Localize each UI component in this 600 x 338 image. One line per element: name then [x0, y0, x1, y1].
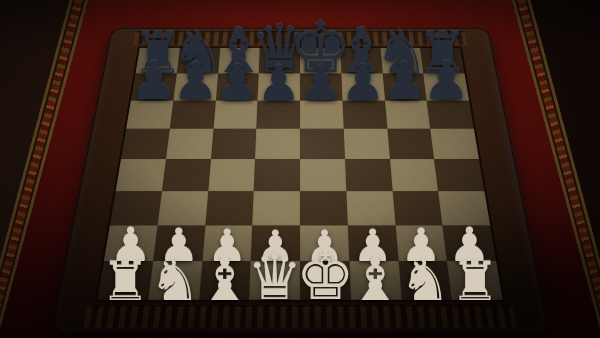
white-rook-a1[interactable]: ♜	[101, 254, 150, 308]
square-d5[interactable]	[255, 129, 300, 159]
white-bishop-c1[interactable]: ♝	[199, 250, 252, 309]
white-bishop-f1[interactable]: ♝	[349, 250, 402, 309]
black-pawn-a7[interactable]: ♟	[130, 55, 178, 108]
square-c5[interactable]	[211, 129, 257, 159]
square-b5[interactable]	[166, 129, 213, 159]
square-e4[interactable]	[300, 159, 346, 191]
square-f4[interactable]	[345, 159, 392, 191]
square-g5[interactable]	[387, 129, 434, 159]
black-pawn-g7[interactable]: ♟	[381, 56, 427, 108]
square-h5[interactable]	[430, 129, 479, 159]
square-g4[interactable]	[390, 159, 439, 191]
white-knight-b1[interactable]: ♞	[149, 251, 200, 308]
square-h4[interactable]	[434, 159, 484, 191]
square-a5[interactable]	[121, 129, 170, 159]
square-e5[interactable]	[300, 129, 345, 159]
black-pawn-h7[interactable]: ♟	[422, 55, 470, 108]
black-pawn-c7[interactable]: ♟	[215, 57, 260, 107]
black-pawn-d7[interactable]: ♟	[257, 59, 301, 108]
chess-scene: ♜♞♝♛♚♝♞♜♟♟♟♟♟♟♟♟♟♟♟♟♟♟♟♟♜♞♝♛♚♝♞♜	[0, 0, 600, 338]
white-knight-g1[interactable]: ♞	[399, 251, 450, 308]
square-d4[interactable]	[254, 159, 300, 191]
black-pawn-b7[interactable]: ♟	[172, 56, 218, 108]
white-king-e1[interactable]: ♚	[296, 244, 355, 310]
square-a4[interactable]	[116, 159, 166, 191]
square-b4[interactable]	[162, 159, 211, 191]
black-pawn-e7[interactable]: ♟	[299, 59, 343, 108]
black-pawn-f7[interactable]: ♟	[340, 57, 385, 107]
square-c4[interactable]	[208, 159, 255, 191]
white-rook-h1[interactable]: ♜	[451, 254, 500, 308]
white-queen-d1[interactable]: ♛	[247, 247, 302, 309]
square-f5[interactable]	[343, 129, 389, 159]
